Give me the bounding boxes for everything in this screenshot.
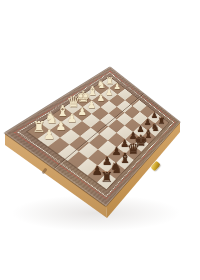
chess-board xyxy=(5,67,180,206)
product-photo: ♜♞♟♝♟♟♚♟♛♟♝♟♟♞♜♟♟♞♜♟♝♟♟♚♟♛♟♝♟♞♟♜ xyxy=(0,0,200,280)
